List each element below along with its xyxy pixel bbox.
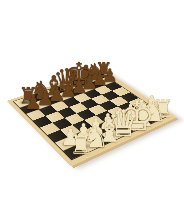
piece-contact-shadow: [129, 110, 143, 118]
piece-contact-shadow: [149, 112, 163, 120]
piece-contact-shadow: [79, 141, 95, 151]
piece-contact-shadow: [140, 105, 154, 113]
piece-black-knight: ♞: [30, 80, 43, 100]
piece-contact-shadow: [99, 78, 111, 84]
chess-board: ♜♞♝♛♚♝♞♜♟♟♟♟♟♟♟♟♟♟♟♟♟♟♟♟♜♞♝♛♚♝♞♜: [13, 72, 168, 161]
board-square-f3: [107, 106, 126, 117]
piece-contact-shadow: [35, 101, 48, 108]
product-photo-stage: ♜♞♝♛♚♝♞♜♟♟♟♟♟♟♟♟♟♟♟♟♟♟♟♟♜♞♝♛♚♝♞♜: [0, 0, 184, 214]
board-square-h5: [112, 87, 130, 96]
board-square-a6: [26, 110, 45, 121]
chess-board-3d-wrapper: ♜♞♝♛♚♝♞♜♟♟♟♟♟♟♟♟♟♟♟♟♟♟♟♟♜♞♝♛♚♝♞♜: [7, 69, 177, 167]
chess-board-frame: ♜♞♝♛♚♝♞♜♟♟♟♟♟♟♟♟♟♟♟♟♟♟♟♟♜♞♝♛♚♝♞♜: [7, 69, 177, 167]
